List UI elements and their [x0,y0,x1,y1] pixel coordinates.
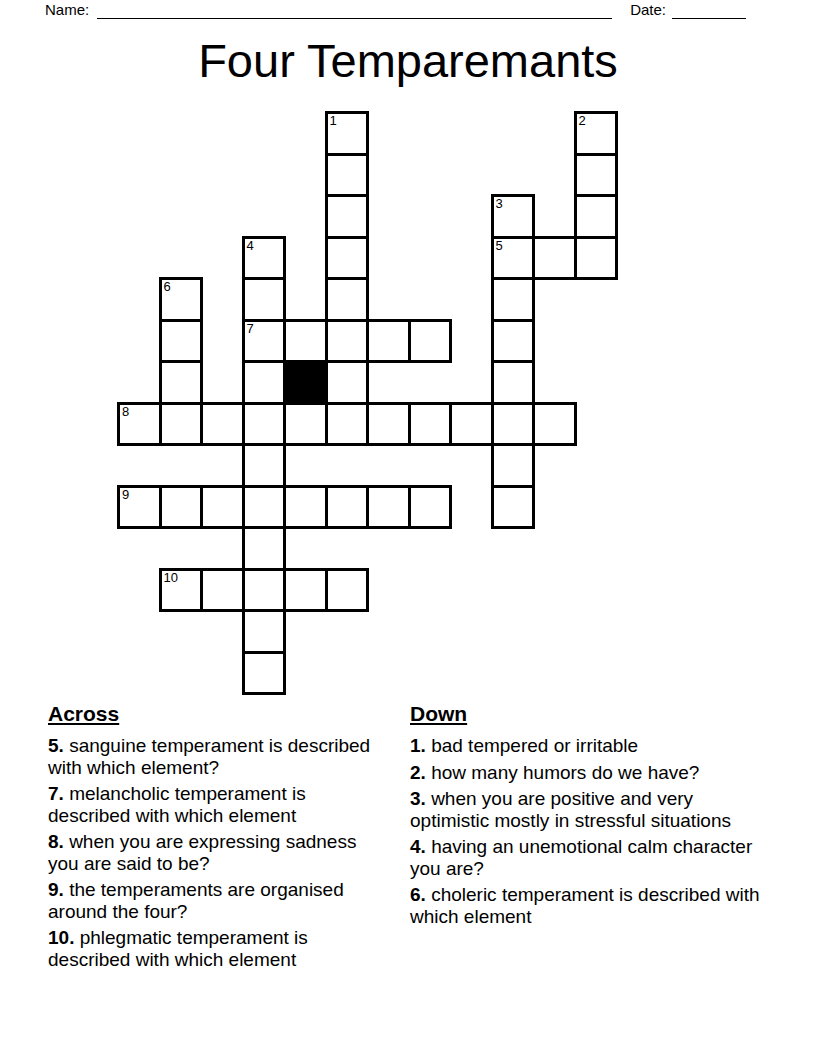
clue-number-label: 4. [410,836,426,857]
crossword-cell[interactable]: 7 [242,319,287,364]
crossword-cell[interactable] [242,443,287,488]
crossword-cell[interactable] [366,319,411,364]
crossword-cell[interactable]: 5 [491,236,536,281]
crossword-cell[interactable] [159,360,204,405]
crossword-cell[interactable]: 1 [325,111,370,156]
clue-number-label: 10. [48,927,74,948]
crossword-cell[interactable] [242,568,287,613]
clue-number: 10 [164,571,178,585]
crossword-cell[interactable] [283,402,328,447]
crossword-cell[interactable] [574,153,619,198]
crossword-cell[interactable] [159,402,204,447]
crossword-cell[interactable] [325,360,370,405]
crossword-cell[interactable] [366,402,411,447]
crossword-cell[interactable] [200,485,245,530]
clue-number-label: 8. [48,831,64,852]
crossword-cell[interactable] [200,402,245,447]
date-blank-line [672,1,746,19]
crossword-cell[interactable] [283,485,328,530]
clue-text: melancholic temperament is described wit… [48,783,306,826]
clue-number: 1 [330,114,337,128]
crossword-cell[interactable]: 9 [117,485,162,530]
down-clue: 2. how many humors do we have? [410,762,776,784]
down-clue-list: 1. bad tempered or irritable2. how many … [410,735,776,927]
crossword-cell[interactable] [242,360,287,405]
clue-number: 5 [496,239,503,253]
crossword-cell[interactable]: 2 [574,111,619,156]
clue-number-label: 6. [410,884,426,905]
clue-text: when you are positive and very optimisti… [410,788,731,831]
crossword-cell[interactable] [532,236,577,281]
crossword-cell[interactable] [449,402,494,447]
across-clue: 9. the temperaments are organised around… [48,879,392,922]
clue-number-label: 1. [410,735,426,756]
clue-text: having an unemotional calm character you… [410,836,752,879]
crossword-cell[interactable] [200,568,245,613]
worksheet-page: Name: Date: Four Temparemants 1234567891… [0,0,816,1056]
crossword-cell[interactable]: 4 [242,236,287,281]
clue-number: 6 [164,280,171,294]
crossword-cell[interactable] [532,402,577,447]
clue-text: phlegmatic temperament is described with… [48,927,308,970]
crossword-cell[interactable] [574,236,619,281]
clue-text: sanguine temperament is described with w… [48,735,370,778]
crossword-cell[interactable] [325,194,370,239]
crossword-cell[interactable]: 10 [159,568,204,613]
crossword-cell[interactable] [325,319,370,364]
down-clue: 6. choleric temperament is described wit… [410,884,776,927]
crossword-cell[interactable] [325,277,370,322]
clue-number-label: 3. [410,788,426,809]
clue-number: 8 [122,405,129,419]
crossword-cell[interactable] [325,153,370,198]
clue-number: 4 [247,239,254,253]
across-clue: 8. when you are expressing sadness you a… [48,831,392,874]
clue-number-label: 7. [48,783,64,804]
crossword-cell[interactable] [325,402,370,447]
crossword-cell[interactable] [242,277,287,322]
crossword-cell[interactable] [408,319,453,364]
page-title: Four Temparemants [0,33,816,89]
crossword-cell[interactable] [242,526,287,571]
across-clue: 7. melancholic temperament is described … [48,783,392,826]
crossword-cell[interactable] [491,402,536,447]
crossword-cell[interactable] [159,485,204,530]
date-label: Date: [630,1,666,19]
crossword-cell[interactable] [491,360,536,405]
crossword-cell[interactable] [283,568,328,613]
crossword-cell[interactable] [325,568,370,613]
clue-number-label: 5. [48,735,64,756]
black-cell [283,360,328,405]
crossword-grid: 12345678910 [117,111,618,695]
down-clue: 4. having an unemotional calm character … [410,836,776,879]
clue-number-label: 9. [48,879,64,900]
clue-number: 3 [496,197,503,211]
clue-text: choleric temperament is described with w… [410,884,760,927]
clue-text: how many humors do we have? [426,762,700,783]
down-heading: Down [410,702,776,726]
clue-text: the temperaments are organised around th… [48,879,344,922]
crossword-cell[interactable] [159,319,204,364]
crossword-cell[interactable] [491,485,536,530]
across-clue: 10. phlegmatic temperament is described … [48,927,392,970]
crossword-cell[interactable] [491,277,536,322]
across-clues-section: Across 5. sanguine temperament is descri… [48,702,392,975]
clue-number: 2 [579,114,586,128]
name-label: Name: [45,1,89,19]
crossword-cell[interactable] [325,236,370,281]
clue-number-label: 2. [410,762,426,783]
crossword-cell[interactable] [408,402,453,447]
down-clue: 1. bad tempered or irritable [410,735,776,757]
across-clue: 5. sanguine temperament is described wit… [48,735,392,778]
name-date-header: Name: Date: [45,1,746,19]
name-blank-line [97,1,612,19]
crossword-cell[interactable]: 6 [159,277,204,322]
crossword-cell[interactable] [491,319,536,364]
crossword-cell[interactable] [242,651,287,696]
crossword-cell[interactable] [491,443,536,488]
crossword-cell[interactable] [366,485,411,530]
clue-text: bad tempered or irritable [426,735,638,756]
across-clue-list: 5. sanguine temperament is described wit… [48,735,392,970]
clue-number: 9 [122,488,129,502]
crossword-cell[interactable] [242,609,287,654]
crossword-cell[interactable]: 8 [117,402,162,447]
down-clues-section: Down 1. bad tempered or irritable2. how … [410,702,776,932]
crossword-cell[interactable] [242,402,287,447]
crossword-cell[interactable] [574,194,619,239]
across-heading: Across [48,702,392,726]
crossword-cell[interactable] [408,485,453,530]
clue-text: when you are expressing sadness you are … [48,831,356,874]
crossword-cell[interactable]: 3 [491,194,536,239]
clue-number: 7 [247,322,254,336]
crossword-cell[interactable] [325,485,370,530]
crossword-cell[interactable] [283,319,328,364]
down-clue: 3. when you are positive and very optimi… [410,788,776,831]
crossword-cell[interactable] [242,485,287,530]
